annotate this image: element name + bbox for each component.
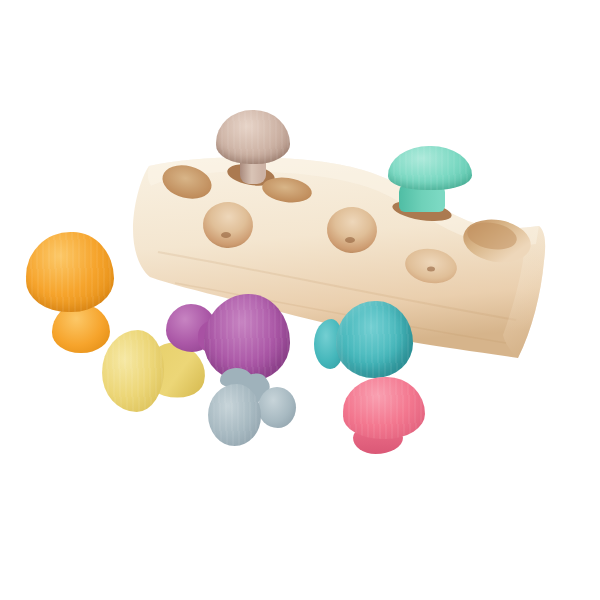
hole-5-knot bbox=[345, 237, 355, 243]
mushroom-cap bbox=[102, 330, 164, 412]
mushroom-gray[interactable] bbox=[206, 366, 302, 448]
mushroom-cap bbox=[343, 377, 425, 439]
mushroom-cap bbox=[336, 301, 413, 378]
hole-4-knot bbox=[221, 232, 231, 238]
mushroom-cap bbox=[388, 146, 472, 190]
mushroom-pink[interactable] bbox=[340, 374, 432, 458]
mushroom-cap bbox=[208, 384, 261, 446]
mushroom-cap bbox=[26, 232, 114, 312]
product-photo-scene bbox=[0, 0, 600, 600]
mushroom-mint[interactable] bbox=[386, 144, 476, 216]
mushroom-cap bbox=[216, 110, 290, 164]
mushroom-stem-knob bbox=[258, 387, 296, 428]
hole-7-knot bbox=[427, 267, 435, 272]
mushroom-beige[interactable] bbox=[214, 108, 294, 184]
